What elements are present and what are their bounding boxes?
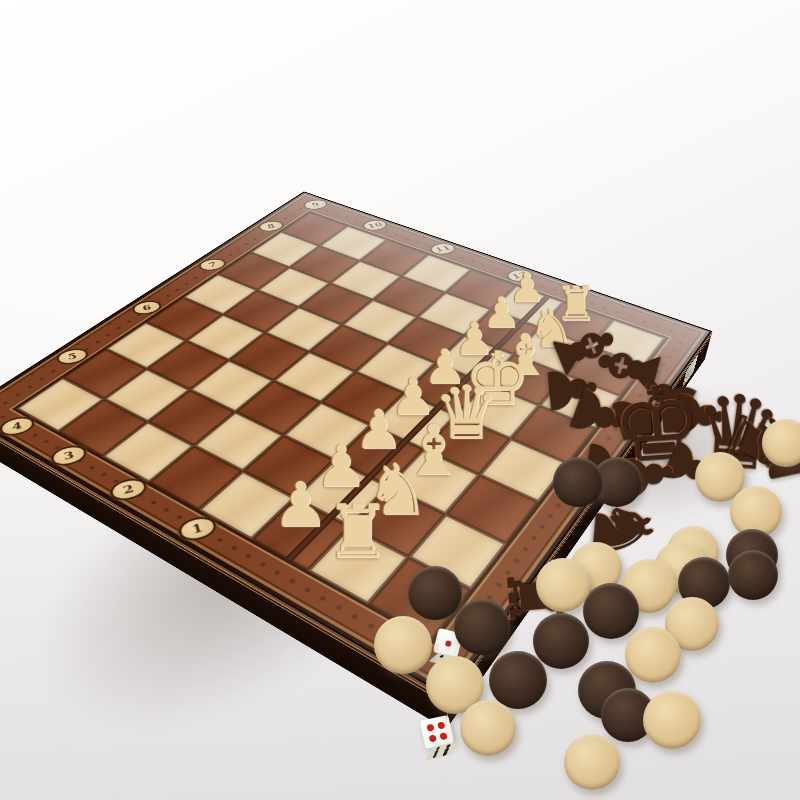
die-pip [437, 721, 445, 729]
die-pip [442, 752, 447, 757]
chess-square [104, 369, 190, 422]
dark-checker-disc [454, 599, 510, 655]
chess-square [446, 475, 539, 544]
chess-square [148, 390, 236, 446]
dark-checker-disc [533, 613, 589, 669]
die-pip [440, 732, 448, 740]
border-number: 4 [0, 414, 35, 438]
dark-checker-disc [728, 550, 778, 600]
light-checker-disc [625, 627, 681, 683]
border-number: 11 [426, 241, 459, 256]
chess-square [456, 384, 539, 439]
light-checker-disc [643, 691, 701, 749]
border-number: 10 [360, 218, 391, 232]
chess-square [16, 378, 104, 432]
chess-square [235, 381, 321, 436]
chess-square [243, 435, 334, 498]
chess-square [424, 415, 511, 475]
chess-square [539, 375, 620, 429]
chess-square [350, 486, 446, 557]
chess-square [321, 372, 405, 425]
die-pip [432, 754, 437, 759]
border-number: 1 [176, 514, 219, 544]
product-photo-scene: 432191011125678 ♟♜♟♞♟♝♟♚♟♛♟♝♟♞♟♜ ♚♛♞♞♜♜♝… [0, 0, 800, 800]
dark-checker-disc [553, 457, 603, 507]
chess-square [334, 425, 423, 486]
border-number: 12 [502, 267, 537, 283]
chess-square [371, 393, 456, 449]
light-checker-disc [564, 734, 620, 790]
die-showing-4 [420, 715, 454, 749]
chess-square [295, 460, 389, 527]
chess-square [404, 363, 486, 415]
die-pip [428, 735, 436, 743]
chess-square [283, 402, 370, 460]
die-pip [426, 723, 434, 731]
chess-square [388, 449, 479, 514]
chess-square [149, 446, 243, 510]
chess-square [194, 412, 283, 471]
dark-checker-disc [489, 651, 547, 709]
chess-square [58, 399, 148, 456]
chess-square [102, 422, 194, 483]
light-checker-disc [536, 558, 590, 612]
chess-square [308, 527, 409, 605]
die-pip [444, 639, 451, 646]
light-checker-disc [460, 700, 516, 756]
chess-square [511, 405, 596, 463]
dark-checker-disc [583, 583, 639, 639]
die-side-face [426, 742, 458, 761]
light-checker-disc [374, 616, 432, 674]
dark-checker-disc [408, 566, 462, 620]
border-number: 9 [301, 198, 330, 211]
border-number: 2 [108, 475, 149, 503]
border-number: 3 [49, 443, 88, 469]
chess-square [251, 498, 349, 571]
chess-square [199, 471, 295, 539]
